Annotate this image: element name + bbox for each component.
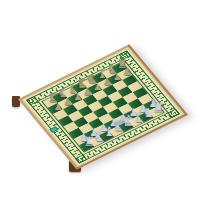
board-frame: ♜♞♝♛♚♝♞♜♟♟♟♟♟♟♟♟♟♟♟♟♟♟♟♟♜♞♝♛♚♝♞♜	[22, 47, 184, 166]
product-photo-canvas: ♜♞♝♛♚♝♞♜♟♟♟♟♟♟♟♟♟♟♟♟♟♟♟♟♜♞♝♛♚♝♞♜	[0, 0, 200, 200]
chess-board: ♜♞♝♛♚♝♞♜♟♟♟♟♟♟♟♟♟♟♟♟♟♟♟♟♜♞♝♛♚♝♞♜	[18, 44, 188, 169]
